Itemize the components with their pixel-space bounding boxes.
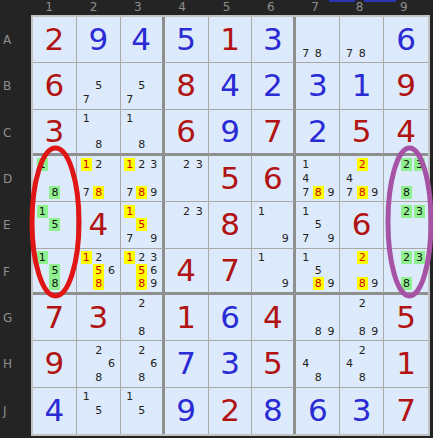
candidate-3: 3 (148, 251, 159, 264)
candidate-3: 3 (414, 158, 425, 171)
cell-A5[interactable]: 1 (209, 17, 253, 63)
cell-C5[interactable]: 9 (209, 110, 253, 156)
cell-G5[interactable]: 6 (209, 295, 253, 341)
given-digit: 1 (165, 295, 208, 340)
candidate-9: 9 (369, 186, 380, 199)
candidate-5: 5 (313, 218, 324, 231)
cell-G3[interactable]: 28 (121, 295, 165, 341)
candidates: 28 (124, 297, 160, 338)
candidate-1: 1 (81, 158, 92, 171)
candidate-8: 8 (357, 186, 368, 199)
cell-F5[interactable]: 7 (209, 249, 253, 295)
row-label-D: D (0, 156, 30, 202)
solved-digit: 4 (209, 63, 252, 108)
candidates: 57 (80, 65, 118, 106)
row-label-E: E (0, 202, 30, 248)
candidate-8: 8 (357, 277, 368, 290)
candidate-2: 2 (401, 205, 412, 218)
given-digit: 7 (384, 388, 428, 434)
candidates: 238 (387, 251, 426, 290)
solved-digit: 9 (77, 17, 120, 62)
cell-H1[interactable]: 9 (33, 341, 77, 387)
given-digit: 2 (209, 388, 252, 434)
cell-D6[interactable]: 6 (252, 156, 296, 202)
cell-B2[interactable]: 57 (77, 63, 121, 109)
cell-H4[interactable]: 7 (165, 341, 209, 387)
row-label-G: G (0, 295, 30, 341)
candidate-2: 2 (357, 251, 368, 264)
cell-E7[interactable]: 1579 (296, 202, 340, 248)
candidate-5: 5 (136, 404, 147, 417)
cell-H3[interactable]: 268 (121, 341, 165, 387)
candidate-9: 9 (369, 325, 380, 338)
candidate-2: 2 (357, 297, 368, 310)
cell-C1[interactable]: 3 (33, 110, 77, 156)
solved-digit: 2 (296, 110, 339, 153)
candidate-8: 8 (136, 277, 147, 290)
cell-C4[interactable]: 6 (165, 110, 209, 156)
candidate-8: 8 (313, 371, 324, 384)
candidates: 14789 (299, 158, 337, 199)
cell-H2[interactable]: 268 (77, 341, 121, 387)
solved-digit: 3 (296, 63, 339, 108)
cell-B5[interactable]: 4 (209, 63, 253, 109)
cell-B4[interactable]: 8 (165, 63, 209, 109)
candidate-9: 9 (325, 232, 336, 245)
candidate-6: 6 (106, 264, 117, 277)
candidate-1: 1 (124, 251, 135, 264)
candidate-5: 5 (93, 264, 104, 277)
candidates: 1278 (80, 158, 118, 199)
col-label-6: 6 (249, 0, 293, 14)
candidates: 12568 (80, 251, 118, 290)
candidate-6: 6 (148, 264, 159, 277)
candidates: 19 (255, 204, 291, 245)
candidates: 18 (124, 112, 160, 151)
candidate-1: 1 (37, 158, 48, 171)
solved-digit: 9 (165, 388, 208, 434)
candidate-8: 8 (401, 186, 412, 199)
given-digit: 7 (209, 249, 252, 292)
candidates: 15 (124, 390, 160, 432)
cell-F7[interactable]: 1589 (296, 249, 340, 295)
cell-E1[interactable]: 15 (33, 202, 77, 248)
candidate-9: 9 (148, 186, 159, 199)
cell-D2[interactable]: 1278 (77, 156, 121, 202)
cell-A1[interactable]: 2 (33, 17, 77, 63)
candidates: 24789 (343, 158, 381, 199)
col-label-9: 9 (382, 0, 426, 14)
cell-G1[interactable]: 7 (33, 295, 77, 341)
candidates: 1579 (299, 204, 337, 245)
candidate-8: 8 (49, 186, 60, 199)
candidate-9: 9 (148, 277, 159, 290)
candidate-7: 7 (124, 93, 135, 106)
candidate-7: 7 (344, 186, 355, 199)
row-labels: ABCDEFGHJ (0, 17, 30, 434)
candidate-8: 8 (401, 277, 412, 290)
candidate-3: 3 (148, 158, 159, 171)
cell-F6[interactable]: 19 (252, 249, 296, 295)
candidate-1: 1 (124, 390, 135, 403)
cell-B8[interactable]: 1 (340, 63, 384, 109)
solved-digit: 4 (33, 388, 76, 434)
candidate-8: 8 (93, 138, 104, 151)
candidate-7: 7 (124, 186, 135, 199)
candidate-8: 8 (93, 186, 104, 199)
given-digit: 4 (252, 295, 293, 340)
given-digit: 9 (33, 341, 76, 386)
cell-H7[interactable]: 48 (296, 341, 340, 387)
candidate-4: 4 (300, 172, 311, 185)
cell-J9[interactable]: 7 (384, 388, 428, 434)
candidate-7: 7 (81, 93, 92, 106)
cell-J8[interactable]: 3 (340, 388, 384, 434)
candidate-5: 5 (136, 218, 147, 231)
candidate-1: 1 (124, 158, 135, 171)
candidate-8: 8 (357, 47, 368, 60)
cell-D8[interactable]: 24789 (340, 156, 384, 202)
cell-E2[interactable]: 4 (77, 202, 121, 248)
cell-B6[interactable]: 2 (252, 63, 296, 109)
cell-B9[interactable]: 9 (384, 63, 428, 109)
cell-G4[interactable]: 1 (165, 295, 209, 341)
candidates: 1579 (124, 204, 160, 245)
candidate-3: 3 (414, 251, 425, 264)
candidate-9: 9 (280, 277, 291, 290)
cell-D1[interactable]: 18 (33, 156, 77, 202)
candidate-7: 7 (81, 186, 92, 199)
cell-J5[interactable]: 2 (209, 388, 253, 434)
candidate-4: 4 (344, 172, 355, 185)
candidate-2: 2 (181, 205, 192, 218)
solved-digit: 6 (209, 295, 252, 340)
cell-A3[interactable]: 4 (121, 17, 165, 63)
candidate-6: 6 (148, 357, 159, 370)
cell-J6[interactable]: 8 (252, 388, 296, 434)
candidate-2: 2 (357, 344, 368, 357)
row-label-B: B (0, 63, 30, 109)
candidates: 158 (36, 251, 74, 290)
cell-F2[interactable]: 12568 (77, 249, 121, 295)
candidates: 268 (80, 343, 118, 384)
given-digit: 3 (33, 110, 76, 153)
solved-digit: 3 (209, 341, 252, 386)
candidates: 268 (124, 343, 160, 384)
cell-H8[interactable]: 248 (340, 341, 384, 387)
cell-D5[interactable]: 5 (209, 156, 253, 202)
given-digit: 4 (77, 202, 120, 247)
candidates: 23 (387, 204, 426, 245)
given-digit: 3 (77, 295, 120, 340)
cell-G2[interactable]: 3 (77, 295, 121, 341)
col-label-2: 2 (71, 0, 115, 14)
candidates: 1589 (299, 251, 337, 290)
given-digit: 4 (384, 110, 428, 153)
given-digit: 5 (252, 341, 293, 386)
solved-digit: 4 (121, 17, 162, 62)
cell-J2[interactable]: 15 (77, 388, 121, 434)
candidate-2: 2 (136, 297, 147, 310)
candidate-9: 9 (325, 325, 336, 338)
candidate-6: 6 (106, 357, 117, 370)
cell-A8[interactable]: 78 (340, 17, 384, 63)
solved-digit: 3 (252, 17, 293, 62)
candidate-8: 8 (93, 277, 104, 290)
candidates: 23 (168, 204, 206, 245)
candidate-7: 7 (124, 232, 135, 245)
cell-D4[interactable]: 23 (165, 156, 209, 202)
candidate-5: 5 (136, 264, 147, 277)
cell-E9[interactable]: 23 (384, 202, 428, 248)
cell-A2[interactable]: 9 (77, 17, 121, 63)
candidates: 18 (80, 112, 118, 151)
given-digit: 7 (33, 295, 76, 340)
cell-D3[interactable]: 123789 (121, 156, 165, 202)
cell-C6[interactable]: 7 (252, 110, 296, 156)
candidates: 48 (299, 343, 337, 384)
solved-digit: 1 (340, 63, 383, 108)
col-label-5: 5 (204, 0, 248, 14)
cell-F8[interactable]: 289 (340, 249, 384, 295)
candidate-4: 4 (300, 357, 311, 370)
candidate-3: 3 (194, 205, 205, 218)
cell-F9[interactable]: 238 (384, 249, 428, 295)
candidates: 15 (36, 204, 74, 245)
cell-F4[interactable]: 4 (165, 249, 209, 295)
row-label-F: F (0, 249, 30, 295)
col-label-8: 8 (337, 0, 381, 14)
cell-J4[interactable]: 9 (165, 388, 209, 434)
candidate-5: 5 (313, 264, 324, 277)
cell-E4[interactable]: 23 (165, 202, 209, 248)
board: 2945137878665757842319318186972541812781… (31, 15, 430, 436)
cell-C8[interactable]: 5 (340, 110, 384, 156)
candidates: 123789 (124, 158, 160, 199)
solved-digit: 5 (165, 17, 208, 62)
candidate-8: 8 (136, 325, 147, 338)
given-digit: 6 (252, 156, 293, 201)
candidate-2: 2 (357, 158, 368, 171)
candidate-1: 1 (37, 251, 48, 264)
given-digit: 6 (340, 202, 383, 247)
row-label-C: C (0, 110, 30, 156)
candidate-2: 2 (93, 251, 104, 264)
cell-D7[interactable]: 14789 (296, 156, 340, 202)
cell-C9[interactable]: 4 (384, 110, 428, 156)
given-digit: 1 (209, 17, 252, 62)
candidates: 1235689 (124, 251, 160, 290)
candidate-7: 7 (300, 232, 311, 245)
candidate-8: 8 (313, 47, 324, 60)
candidate-2: 2 (136, 344, 147, 357)
row-label-H: H (0, 341, 30, 387)
col-label-7: 7 (293, 0, 337, 14)
cell-G9[interactable]: 5 (384, 295, 428, 341)
cell-J3[interactable]: 15 (121, 388, 165, 434)
candidate-8: 8 (49, 277, 60, 290)
cell-E3[interactable]: 1579 (121, 202, 165, 248)
cell-C3[interactable]: 18 (121, 110, 165, 156)
candidate-8: 8 (136, 138, 147, 151)
candidate-8: 8 (313, 325, 324, 338)
candidate-2: 2 (93, 344, 104, 357)
candidate-9: 9 (148, 232, 159, 245)
candidate-1: 1 (300, 205, 311, 218)
candidate-8: 8 (136, 186, 147, 199)
candidates: 89 (299, 297, 337, 338)
candidates: 78 (343, 19, 381, 60)
cell-J7[interactable]: 6 (296, 388, 340, 434)
candidate-1: 1 (300, 251, 311, 264)
row-label-A: A (0, 17, 30, 63)
given-digit: 8 (209, 202, 252, 247)
cell-H5[interactable]: 3 (209, 341, 253, 387)
solved-digit: 7 (165, 341, 208, 386)
cell-F1[interactable]: 158 (33, 249, 77, 295)
candidate-2: 2 (93, 158, 104, 171)
solved-digit: 6 (384, 17, 428, 62)
cell-G7[interactable]: 89 (296, 295, 340, 341)
cell-H9[interactable]: 1 (384, 341, 428, 387)
candidate-3: 3 (414, 205, 425, 218)
candidate-5: 5 (93, 404, 104, 417)
candidates: 78 (299, 19, 337, 60)
candidate-7: 7 (300, 186, 311, 199)
candidate-4: 4 (344, 357, 355, 370)
candidates: 248 (343, 343, 381, 384)
candidates: 18 (36, 158, 74, 199)
cell-D9[interactable]: 238 (384, 156, 428, 202)
candidate-8: 8 (357, 371, 368, 384)
cell-B7[interactable]: 3 (296, 63, 340, 109)
cell-A9[interactable]: 6 (384, 17, 428, 63)
candidate-1: 1 (124, 205, 135, 218)
candidate-9: 9 (280, 232, 291, 245)
candidates: 289 (343, 297, 381, 338)
solved-digit: 2 (252, 63, 293, 108)
row-label-J: J (0, 388, 30, 434)
given-digit: 8 (165, 63, 208, 108)
cell-E5[interactable]: 8 (209, 202, 253, 248)
cell-A6[interactable]: 3 (252, 17, 296, 63)
given-digit: 4 (165, 249, 208, 292)
candidate-2: 2 (136, 251, 147, 264)
candidate-7: 7 (300, 47, 311, 60)
candidate-8: 8 (136, 371, 147, 384)
candidates: 57 (124, 65, 160, 106)
cell-C2[interactable]: 18 (77, 110, 121, 156)
candidate-9: 9 (325, 186, 336, 199)
candidate-8: 8 (313, 277, 324, 290)
cell-E6[interactable]: 19 (252, 202, 296, 248)
candidate-8: 8 (313, 186, 324, 199)
given-digit: 7 (252, 110, 293, 153)
candidate-5: 5 (49, 264, 60, 277)
candidate-5: 5 (93, 79, 104, 92)
candidates: 19 (255, 251, 291, 290)
candidates: 23 (168, 158, 206, 199)
candidates: 289 (343, 251, 381, 290)
candidate-1: 1 (256, 205, 267, 218)
solved-digit: 3 (340, 388, 383, 434)
candidate-5: 5 (49, 218, 60, 231)
col-label-3: 3 (116, 0, 160, 14)
solved-digit: 9 (209, 110, 252, 153)
cell-H6[interactable]: 5 (252, 341, 296, 387)
given-digit: 6 (33, 63, 76, 108)
cell-G6[interactable]: 4 (252, 295, 296, 341)
candidate-1: 1 (81, 112, 92, 125)
solved-digit: 6 (296, 388, 339, 434)
cell-C7[interactable]: 2 (296, 110, 340, 156)
candidate-8: 8 (357, 325, 368, 338)
cell-G8[interactable]: 289 (340, 295, 384, 341)
given-digit: 5 (384, 295, 428, 340)
candidate-1: 1 (256, 251, 267, 264)
candidate-5: 5 (136, 79, 147, 92)
candidates: 15 (80, 390, 118, 432)
given-digit: 2 (33, 17, 76, 62)
cell-A7[interactable]: 78 (296, 17, 340, 63)
candidate-1: 1 (37, 205, 48, 218)
sudoku-app: 123456789 ABCDEFGHJ 29451378786657578423… (0, 0, 433, 438)
candidates: 238 (387, 158, 426, 199)
candidate-2: 2 (401, 158, 412, 171)
col-label-4: 4 (160, 0, 204, 14)
cell-E8[interactable]: 6 (340, 202, 384, 248)
candidate-1: 1 (81, 390, 92, 403)
given-digit: 6 (165, 110, 208, 153)
candidate-2: 2 (136, 158, 147, 171)
candidate-2: 2 (401, 251, 412, 264)
candidate-1: 1 (124, 112, 135, 125)
given-digit: 5 (209, 156, 252, 201)
given-digit: 1 (384, 341, 428, 386)
cell-J1[interactable]: 4 (33, 388, 77, 434)
candidate-2: 2 (181, 158, 192, 171)
candidate-1: 1 (81, 251, 92, 264)
cell-B1[interactable]: 6 (33, 63, 77, 109)
candidate-9: 9 (369, 277, 380, 290)
column-labels: 123456789 (31, 0, 430, 14)
candidate-3: 3 (194, 158, 205, 171)
cell-A4[interactable]: 5 (165, 17, 209, 63)
cell-F3[interactable]: 1235689 (121, 249, 165, 295)
col-label-1: 1 (27, 0, 71, 14)
given-digit: 5 (340, 110, 383, 153)
given-digit: 9 (384, 63, 428, 108)
solved-digit: 8 (252, 388, 293, 434)
cell-B3[interactable]: 57 (121, 63, 165, 109)
candidate-7: 7 (344, 47, 355, 60)
candidate-8: 8 (93, 371, 104, 384)
candidate-9: 9 (325, 277, 336, 290)
candidate-1: 1 (300, 158, 311, 171)
